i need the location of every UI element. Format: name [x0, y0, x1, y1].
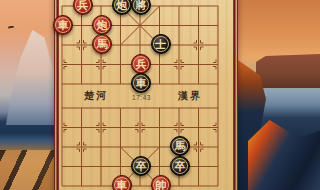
river-label-hanjie: 漢界: [178, 89, 202, 103]
piece-black-soldier[interactable]: 卒: [131, 156, 151, 176]
piece-character: 將: [136, 0, 147, 13]
piece-black-soldier[interactable]: 卒: [170, 156, 190, 176]
piece-character: 卒: [136, 158, 147, 174]
sand-art: [0, 150, 54, 190]
piece-character: 炮: [116, 0, 127, 13]
piece-character: 帥: [155, 177, 166, 190]
piece-black-advisor[interactable]: 士: [151, 34, 171, 54]
piece-red-chariot[interactable]: 車: [53, 15, 73, 35]
piece-character: 馬: [97, 36, 108, 52]
piece-character: 車: [136, 75, 147, 91]
piece-character: 卒: [175, 158, 186, 174]
background-landscape-right: [238, 0, 320, 190]
piece-red-cannon[interactable]: 炮: [92, 15, 112, 35]
piece-black-chariot[interactable]: 車: [131, 73, 151, 93]
piece-red-general[interactable]: 帥: [151, 175, 171, 190]
piece-black-horse[interactable]: 馬: [170, 136, 190, 156]
piece-character: 車: [58, 17, 69, 33]
piece-character: 兵: [136, 56, 147, 72]
mesa-art: [256, 48, 320, 88]
piece-character: 炮: [97, 17, 108, 33]
piece-character: 兵: [77, 0, 88, 13]
piece-red-soldier[interactable]: 兵: [131, 54, 151, 74]
bird-icon: [8, 26, 14, 29]
piece-character: 馬: [175, 138, 186, 154]
xiangqi-board[interactable]: 楚河 漢界 17:43 兵炮將車炮馬士兵車馬卒卒車帥: [54, 0, 238, 190]
piece-character: 士: [155, 36, 166, 52]
move-timer: 17:43: [132, 94, 151, 101]
river-label-chuhe: 楚河: [84, 89, 108, 103]
piece-red-chariot[interactable]: 車: [112, 175, 132, 190]
mountain-art: [6, 30, 54, 125]
piece-character: 車: [116, 177, 127, 190]
background-landscape-left: [0, 0, 54, 190]
piece-red-horse[interactable]: 馬: [92, 34, 112, 54]
